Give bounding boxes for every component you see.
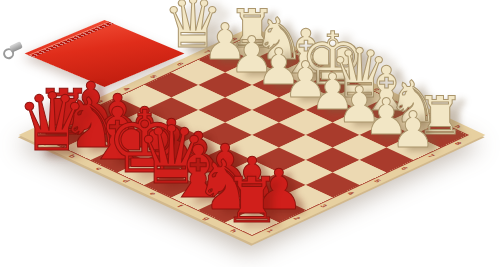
product-photo-stage: abcdefgh abcdefgh 87654321 87654321 ♜♞♝♚… — [0, 0, 500, 267]
zipper-seam — [28, 21, 114, 57]
zipper-pull-icon — [0, 40, 25, 60]
zipper-tab — [9, 41, 23, 52]
